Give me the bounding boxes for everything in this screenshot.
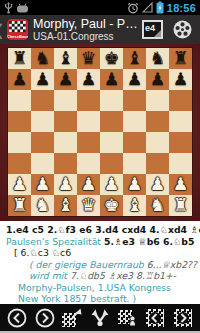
square-d2[interactable]: ♟ — [77, 174, 100, 195]
square-f1[interactable]: ♝ — [123, 195, 146, 216]
white-queen: ♛ — [77, 195, 100, 216]
notation-line: Paulsen's Spezialität 5.♗e3 ♕b6 6.♘b5 — [0, 236, 200, 248]
next-move-button[interactable] — [32, 305, 58, 331]
android-status-bar: 18:56 — [0, 0, 200, 15]
black-pawn: ♟ — [169, 69, 192, 90]
square-b1[interactable]: ♞ — [31, 195, 54, 216]
square-e5[interactable] — [100, 111, 123, 132]
bottom-toolbar — [0, 304, 200, 333]
header-titles: Morphy, Paul - P… USA-01.Congress — [33, 17, 138, 42]
black-knight: ♞ — [31, 48, 54, 69]
move-text[interactable]: 1.e4 c5 2.♘f3 e6 3.d4 cxd4 4.♘xd4 ♗c5 — [6, 224, 200, 235]
previous-move-button[interactable] — [4, 305, 30, 331]
black-king: ♚ — [100, 48, 123, 69]
square-g1[interactable]: ♞ — [146, 195, 169, 216]
square-a2[interactable]: ♟ — [8, 174, 31, 195]
goto-end-button[interactable] — [170, 305, 196, 331]
chessbase-logo[interactable]: ChessBase — [7, 19, 28, 40]
square-a7[interactable]: ♟ — [8, 69, 31, 90]
annotation-text: ( der gierige Bauernraub — [29, 259, 147, 270]
notation-panel[interactable]: 1.e4 c5 2.♘f3 e6 3.d4 cxd4 4.♘xd4 ♗c5Pau… — [0, 221, 200, 304]
piece-input-button[interactable] — [115, 305, 141, 331]
notation-line: ( der gierige Bauernraub 6...♕xb2?? — [0, 259, 200, 271]
board-background: ♜♞♝♛♚♝♞♜♟♟♟♟♟♟♟♟♟♟♟♟♟♟♟♟♜♞♝♛♚♝♞♜ — [0, 44, 200, 221]
square-e4[interactable] — [100, 132, 123, 153]
black-rook: ♜ — [169, 48, 192, 69]
square-h8[interactable]: ♜ — [169, 48, 192, 69]
black-pawn: ♟ — [31, 69, 54, 90]
square-a4[interactable] — [8, 132, 31, 153]
white-king: ♚ — [100, 195, 123, 216]
white-pawn: ♟ — [123, 174, 146, 195]
square-c1[interactable]: ♝ — [54, 195, 77, 216]
notation-line: wird mit 7.♘db5 ♗xe3 8.♖b1+- — [0, 270, 200, 282]
black-pawn: ♟ — [8, 69, 31, 90]
square-d6[interactable] — [77, 90, 100, 111]
database-name: USA-01.Congress — [33, 31, 138, 42]
square-f2[interactable]: ♟ — [123, 174, 146, 195]
white-pawn: ♟ — [31, 174, 54, 195]
white-pawn: ♟ — [169, 174, 192, 195]
square-g4[interactable] — [146, 132, 169, 153]
square-a5[interactable] — [8, 111, 31, 132]
chessbase-logo-text: ChessBase — [7, 34, 28, 39]
e4-label: e4 — [145, 22, 155, 35]
board-flip-button[interactable] — [59, 305, 85, 331]
square-c7[interactable]: ♟ — [54, 69, 77, 90]
chessbase-logo-checker — [9, 21, 26, 32]
white-knight: ♞ — [31, 195, 54, 216]
square-a3[interactable] — [8, 153, 31, 174]
black-bishop: ♝ — [54, 48, 77, 69]
usb-icon — [4, 2, 13, 14]
white-pawn: ♟ — [77, 174, 100, 195]
back-chevron-icon[interactable]: ❮ — [0, 15, 7, 44]
notation-line: 1.e4 c5 2.♘f3 e6 3.d4 cxd4 4.♘xd4 ♗c5 — [0, 224, 200, 236]
square-e2[interactable]: ♟ — [100, 174, 123, 195]
engine-button[interactable] — [172, 19, 193, 40]
square-h2[interactable]: ♟ — [169, 174, 192, 195]
square-b6[interactable] — [31, 90, 54, 111]
square-d7[interactable]: ♟ — [77, 69, 100, 90]
game-title: Morphy, Paul - P… — [33, 17, 138, 31]
black-pawn: ♟ — [100, 69, 123, 90]
square-e6[interactable] — [100, 90, 123, 111]
notation-line: New York 1857 bestraft. ) — [0, 293, 200, 304]
square-g3[interactable] — [146, 153, 169, 174]
square-e3[interactable] — [100, 153, 123, 174]
square-b3[interactable] — [31, 153, 54, 174]
white-pawn: ♟ — [100, 174, 123, 195]
square-b8[interactable]: ♞ — [31, 48, 54, 69]
square-c8[interactable]: ♝ — [54, 48, 77, 69]
white-rook: ♜ — [169, 195, 192, 216]
move-text[interactable]: 5.♗e3 ♕b6 6.♘b5 — [104, 236, 195, 247]
square-h5[interactable] — [169, 111, 192, 132]
notation-board-toggle-button[interactable]: e4 — [142, 20, 163, 39]
square-d8[interactable]: ♛ — [77, 48, 100, 69]
square-e1[interactable]: ♚ — [100, 195, 123, 216]
square-d5[interactable] — [77, 111, 100, 132]
square-h6[interactable] — [169, 90, 192, 111]
black-pawn: ♟ — [146, 69, 169, 90]
square-d4[interactable] — [77, 132, 100, 153]
black-pawn: ♟ — [123, 69, 146, 90]
square-g8[interactable]: ♞ — [146, 48, 169, 69]
square-a1[interactable]: ♜ — [8, 195, 31, 216]
black-bishop: ♝ — [123, 48, 146, 69]
square-d3[interactable] — [77, 153, 100, 174]
square-a6[interactable] — [8, 90, 31, 111]
chess-board: ♜♞♝♛♚♝♞♜♟♟♟♟♟♟♟♟♟♟♟♟♟♟♟♟♜♞♝♛♚♝♞♜ — [7, 47, 193, 217]
alarm-icon — [127, 2, 139, 14]
square-b2[interactable]: ♟ — [31, 174, 54, 195]
square-f6[interactable] — [123, 90, 146, 111]
square-h1[interactable]: ♜ — [169, 195, 192, 216]
move-text[interactable]: 6...♕xb2?? — [147, 259, 197, 270]
battery-icon — [156, 1, 164, 14]
white-rook: ♜ — [8, 195, 31, 216]
black-rook: ♜ — [8, 48, 31, 69]
black-pawn: ♟ — [77, 69, 100, 90]
square-f5[interactable] — [123, 111, 146, 132]
square-c2[interactable]: ♟ — [54, 174, 77, 195]
square-h3[interactable] — [169, 153, 192, 174]
annotation-text: Morphy-Paulsen, 1.USA Kongress — [18, 282, 171, 293]
square-a8[interactable]: ♜ — [8, 48, 31, 69]
square-e8[interactable]: ♚ — [100, 48, 123, 69]
white-pawn: ♟ — [54, 174, 77, 195]
move-text[interactable]: [ 6.♘c3 ♘c6 — [14, 247, 71, 258]
app-header: ❮ ChessBase Morphy, Paul - P… USA-01.Con… — [0, 15, 200, 44]
square-g5[interactable] — [146, 111, 169, 132]
square-g7[interactable]: ♟ — [146, 69, 169, 90]
white-pawn: ♟ — [146, 174, 169, 195]
notation-line: Morphy-Paulsen, 1.USA Kongress — [0, 282, 200, 294]
black-pawn: ♟ — [54, 69, 77, 90]
square-g2[interactable]: ♟ — [146, 174, 169, 195]
square-f8[interactable]: ♝ — [123, 48, 146, 69]
notation-line: [ 6.♘c3 ♘c6 — [0, 247, 200, 259]
variation-fork-button[interactable] — [87, 305, 113, 331]
annotation-text: New York 1857 bestraft. ) — [18, 293, 136, 304]
annotation-text: Paulsen's Spezialität — [6, 236, 104, 247]
usb-debug-icon — [16, 3, 29, 13]
white-knight: ♞ — [146, 195, 169, 216]
black-knight: ♞ — [146, 48, 169, 69]
square-f7[interactable]: ♟ — [123, 69, 146, 90]
square-c5[interactable] — [54, 111, 77, 132]
square-e7[interactable]: ♟ — [100, 69, 123, 90]
square-d1[interactable]: ♛ — [77, 195, 100, 216]
square-h7[interactable]: ♟ — [169, 69, 192, 90]
move-text[interactable]: 7.♘db5 ♗xe3 8.♖b1+- — [70, 270, 176, 281]
white-bishop: ♝ — [54, 195, 77, 216]
square-b5[interactable] — [31, 111, 54, 132]
chessbase-app-screen: 18:56 ❮ ChessBase Morphy, Paul - P… USA-… — [0, 0, 200, 333]
square-b7[interactable]: ♟ — [31, 69, 54, 90]
white-bishop: ♝ — [123, 195, 146, 216]
square-b4[interactable] — [31, 132, 54, 153]
black-queen: ♛ — [77, 48, 100, 69]
square-c6[interactable] — [54, 90, 77, 111]
square-c3[interactable] — [54, 153, 77, 174]
annotation-text: wird mit — [29, 270, 70, 281]
clock-text: 18:56 — [167, 2, 196, 14]
no-signal-icon — [142, 2, 153, 13]
white-pawn: ♟ — [8, 174, 31, 195]
square-f4[interactable] — [123, 132, 146, 153]
square-h4[interactable] — [169, 132, 192, 153]
square-g6[interactable] — [146, 90, 169, 111]
goto-start-button[interactable] — [142, 305, 168, 331]
square-c4[interactable] — [54, 132, 77, 153]
square-f3[interactable] — [123, 153, 146, 174]
